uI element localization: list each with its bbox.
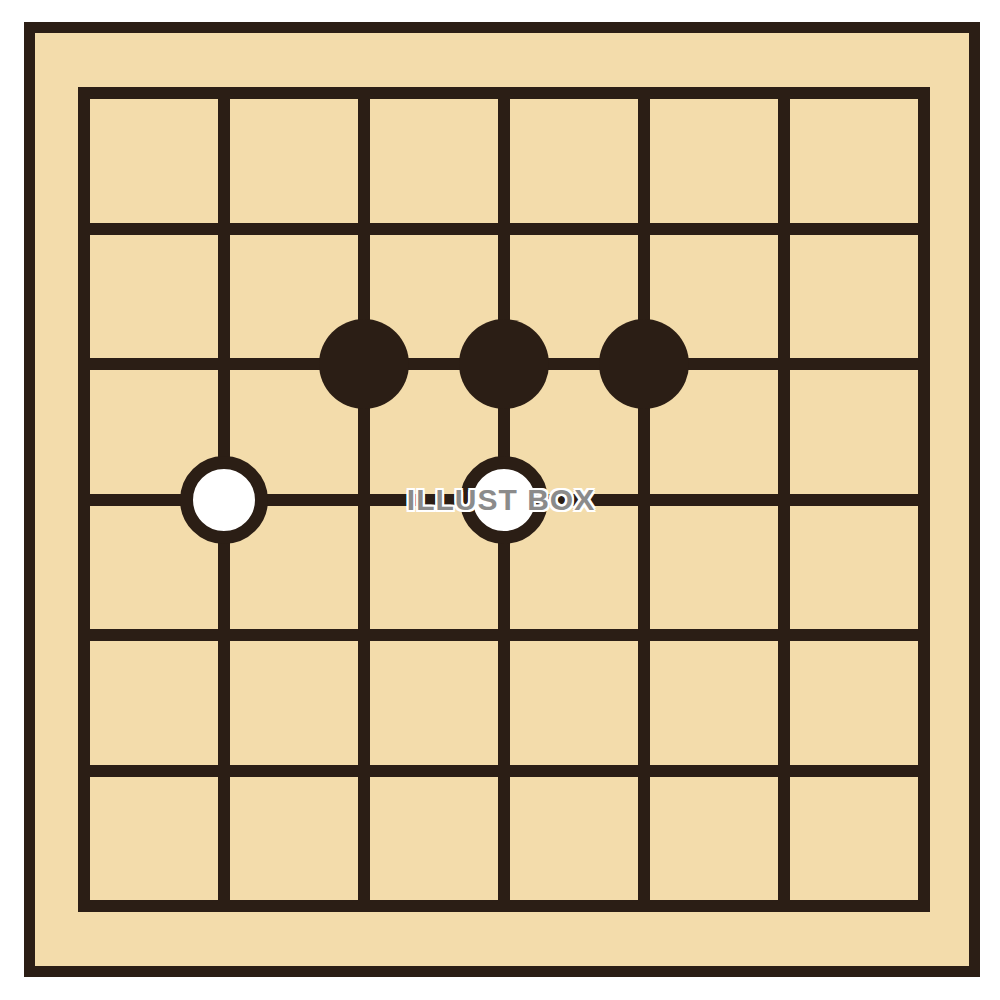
black-stone[interactable] xyxy=(319,319,409,409)
board-cell xyxy=(230,641,358,765)
board-cell xyxy=(650,777,778,901)
board-cell xyxy=(90,777,218,901)
board-cell xyxy=(510,99,638,223)
board-cell xyxy=(510,641,638,765)
board-cell xyxy=(650,506,778,630)
black-stone[interactable] xyxy=(599,319,689,409)
board-cell xyxy=(370,99,498,223)
board-cell xyxy=(790,99,918,223)
board-cell xyxy=(510,777,638,901)
board-cell xyxy=(650,641,778,765)
board-cell xyxy=(370,641,498,765)
illustration-canvas: ILLUST BOX xyxy=(0,0,1000,1000)
black-stone[interactable] xyxy=(459,319,549,409)
board-cell xyxy=(90,235,218,359)
board-cell xyxy=(790,235,918,359)
board-cell xyxy=(90,99,218,223)
board-cell xyxy=(790,777,918,901)
board-cell xyxy=(790,506,918,630)
board-cell xyxy=(90,641,218,765)
board-cell xyxy=(790,370,918,494)
board-cell xyxy=(230,99,358,223)
board-cell xyxy=(230,777,358,901)
board-cell xyxy=(370,777,498,901)
board-cell xyxy=(650,99,778,223)
white-stone[interactable] xyxy=(180,456,268,544)
watermark-text: ILLUST BOX xyxy=(407,483,595,517)
board-cell xyxy=(790,641,918,765)
